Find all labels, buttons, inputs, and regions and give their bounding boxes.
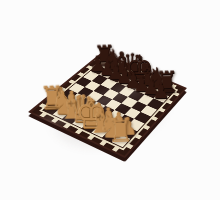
product-photo-stage: ♜♞♝♛♚♝♞♜♟♟♟♟♟♟♟♟♟♟♟♟♟♟♟♟♜♞♝♛♚♝♞♜: [0, 0, 220, 200]
